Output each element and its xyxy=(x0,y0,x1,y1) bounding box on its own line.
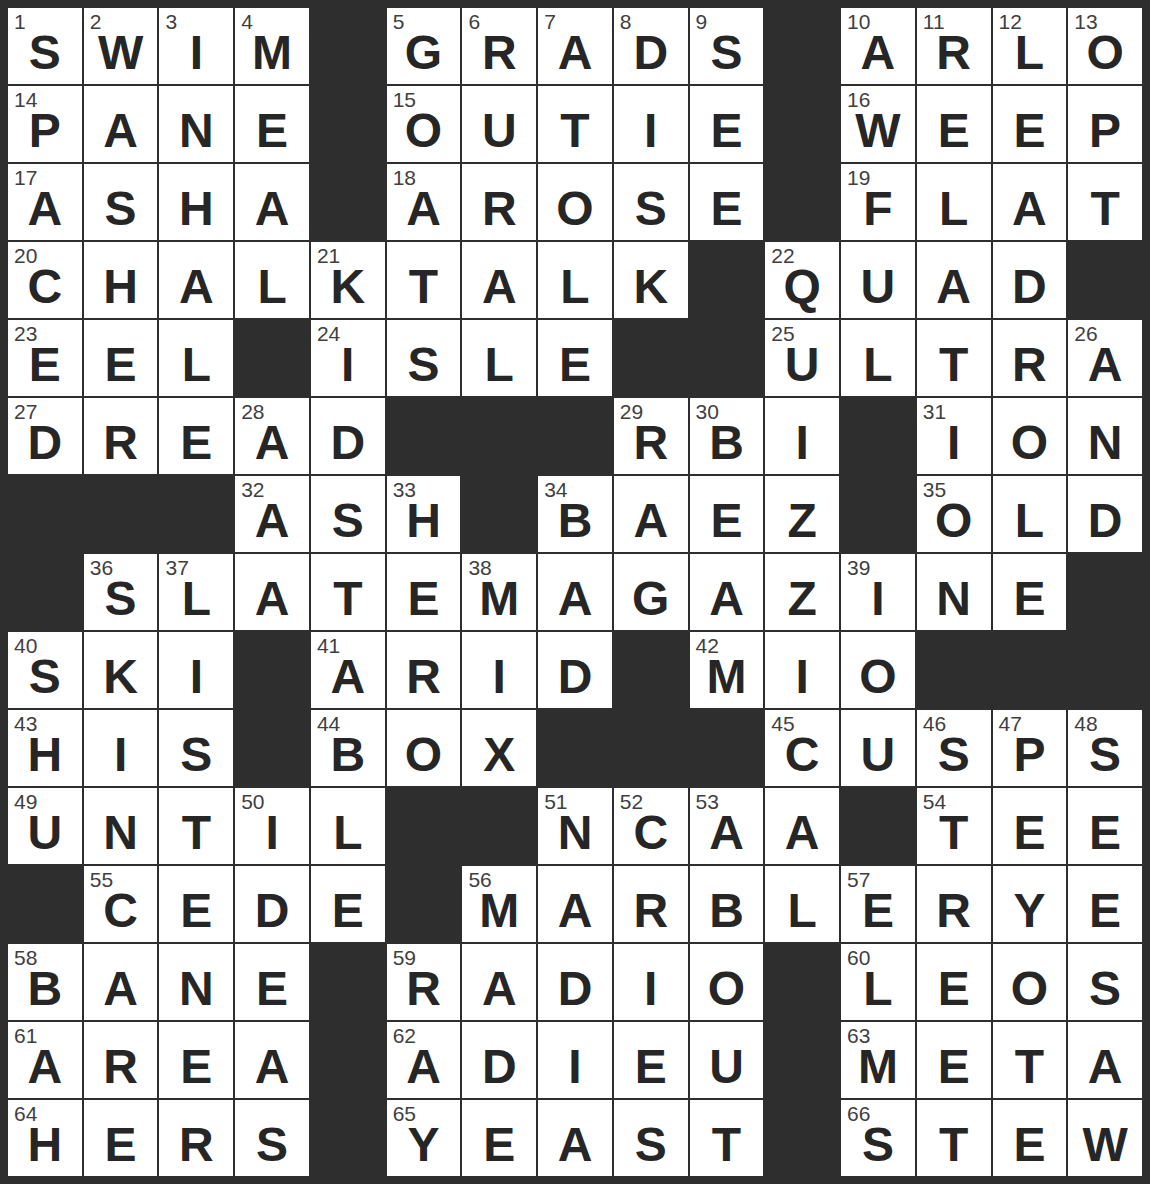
cell-r2c3[interactable]: N xyxy=(159,86,233,162)
cell-r6c2[interactable]: R xyxy=(84,398,158,474)
cell-letter: S xyxy=(1068,965,1142,1013)
cell-letter: I xyxy=(159,29,233,77)
cell-letter: E xyxy=(235,965,309,1013)
cell-letter: G xyxy=(614,575,688,623)
cell-r15c1[interactable]: 64H xyxy=(8,1100,82,1176)
cell-letter: I xyxy=(614,965,688,1013)
black-cell-r13c11 xyxy=(765,944,839,1020)
cell-r15c13[interactable]: T xyxy=(917,1100,991,1176)
cell-letter: A xyxy=(993,185,1067,233)
cell-r14c6[interactable]: 62A xyxy=(387,1022,461,1098)
cell-r7c10[interactable]: E xyxy=(690,476,764,552)
cell-letter: A xyxy=(235,419,309,467)
black-cell-r6c7 xyxy=(462,398,536,474)
cell-letter: Z xyxy=(765,575,839,623)
cell-r4c12[interactable]: U xyxy=(841,242,915,318)
cell-r8c10[interactable]: A xyxy=(690,554,764,630)
cell-letter: T xyxy=(1068,185,1142,233)
cell-r10c6[interactable]: O xyxy=(387,710,461,786)
cell-r13c4[interactable]: E xyxy=(235,944,309,1020)
cell-letter: A xyxy=(84,107,158,155)
cell-letter: R xyxy=(462,29,536,77)
cell-r13c8[interactable]: D xyxy=(538,944,612,1020)
cell-r12c10[interactable]: B xyxy=(690,866,764,942)
cell-r3c8[interactable]: O xyxy=(538,164,612,240)
cell-r10c11[interactable]: 45C xyxy=(765,710,839,786)
cell-r13c10[interactable]: O xyxy=(690,944,764,1020)
cell-r2c6[interactable]: 15O xyxy=(387,86,461,162)
cell-r14c1[interactable]: 61A xyxy=(8,1022,82,1098)
cell-r2c13[interactable]: E xyxy=(917,86,991,162)
cell-r15c6[interactable]: 65Y xyxy=(387,1100,461,1176)
cell-r10c1[interactable]: 43H xyxy=(8,710,82,786)
cell-letter: O xyxy=(387,107,461,155)
black-cell-r9c4 xyxy=(235,632,309,708)
cell-r14c13[interactable]: E xyxy=(917,1022,991,1098)
black-cell-r8c1 xyxy=(8,554,82,630)
black-cell-r9c9 xyxy=(614,632,688,708)
black-cell-r4c10 xyxy=(690,242,764,318)
cell-r2c8[interactable]: T xyxy=(538,86,612,162)
cell-r4c11[interactable]: 22Q xyxy=(765,242,839,318)
cell-letter: H xyxy=(8,731,82,779)
cell-letter: A xyxy=(235,497,309,545)
cell-r12c13[interactable]: R xyxy=(917,866,991,942)
black-cell-r1c11 xyxy=(765,8,839,84)
cell-letter: U xyxy=(8,809,82,857)
cell-letter: E xyxy=(159,887,233,935)
cell-r3c1[interactable]: 17A xyxy=(8,164,82,240)
cell-r3c15[interactable]: T xyxy=(1068,164,1142,240)
cell-r3c10[interactable]: E xyxy=(690,164,764,240)
cell-letter: M xyxy=(462,887,536,935)
cell-letter: I xyxy=(917,419,991,467)
cell-r8c5[interactable]: T xyxy=(311,554,385,630)
cell-letter: O xyxy=(993,419,1067,467)
cell-r15c7[interactable]: E xyxy=(462,1100,536,1176)
black-cell-r15c5 xyxy=(311,1100,385,1176)
black-cell-r15c11 xyxy=(765,1100,839,1176)
cell-r6c14[interactable]: O xyxy=(993,398,1067,474)
cell-letter: E xyxy=(917,107,991,155)
black-cell-r10c8 xyxy=(538,710,612,786)
cell-r2c7[interactable]: U xyxy=(462,86,536,162)
cell-r11c3[interactable]: T xyxy=(159,788,233,864)
cell-r6c11[interactable]: I xyxy=(765,398,839,474)
cell-r14c3[interactable]: E xyxy=(159,1022,233,1098)
cell-r9c10[interactable]: 42M xyxy=(690,632,764,708)
black-cell-r4c15 xyxy=(1068,242,1142,318)
cell-letter: E xyxy=(387,575,461,623)
cell-r3c14[interactable]: A xyxy=(993,164,1067,240)
cell-letter: D xyxy=(8,419,82,467)
cell-letter: W xyxy=(841,107,915,155)
cell-r10c3[interactable]: S xyxy=(159,710,233,786)
cell-r2c10[interactable]: E xyxy=(690,86,764,162)
cell-r9c3[interactable]: I xyxy=(159,632,233,708)
cell-r10c5[interactable]: 44B xyxy=(311,710,385,786)
cell-r13c6[interactable]: 59R xyxy=(387,944,461,1020)
cell-letter: L xyxy=(765,887,839,935)
cell-letter: E xyxy=(462,1121,536,1169)
cell-r5c11[interactable]: 25U xyxy=(765,320,839,396)
cell-r8c7[interactable]: 38M xyxy=(462,554,536,630)
cell-r6c13[interactable]: 31I xyxy=(917,398,991,474)
cell-r13c3[interactable]: N xyxy=(159,944,233,1020)
cell-r11c13[interactable]: 54T xyxy=(917,788,991,864)
cell-r8c6[interactable]: E xyxy=(387,554,461,630)
cell-r15c8[interactable]: A xyxy=(538,1100,612,1176)
cell-r3c4[interactable]: A xyxy=(235,164,309,240)
cell-r7c5[interactable]: S xyxy=(311,476,385,552)
cell-letter: F xyxy=(841,185,915,233)
cell-r14c10[interactable]: U xyxy=(690,1022,764,1098)
cell-r12c2[interactable]: 55C xyxy=(84,866,158,942)
cell-r1c8[interactable]: 7A xyxy=(538,8,612,84)
black-cell-r13c5 xyxy=(311,944,385,1020)
cell-letter: N xyxy=(1068,419,1142,467)
cell-r11c10[interactable]: 53A xyxy=(690,788,764,864)
cell-letter: L xyxy=(993,497,1067,545)
cell-letter: B xyxy=(538,497,612,545)
cell-r2c14[interactable]: E xyxy=(993,86,1067,162)
cell-r13c1[interactable]: 58B xyxy=(8,944,82,1020)
cell-letter: T xyxy=(690,1121,764,1169)
cell-r2c4[interactable]: E xyxy=(235,86,309,162)
cell-r1c13[interactable]: 11R xyxy=(917,8,991,84)
cell-r12c12[interactable]: 57E xyxy=(841,866,915,942)
cell-letter: O xyxy=(690,965,764,1013)
cell-r12c5[interactable]: E xyxy=(311,866,385,942)
cell-letter: H xyxy=(387,497,461,545)
cell-r3c12[interactable]: 19F xyxy=(841,164,915,240)
cell-r7c11[interactable]: Z xyxy=(765,476,839,552)
cell-r9c1[interactable]: 40S xyxy=(8,632,82,708)
cell-letter: P xyxy=(8,107,82,155)
cell-r11c14[interactable]: E xyxy=(993,788,1067,864)
cell-r11c4[interactable]: 50I xyxy=(235,788,309,864)
cell-r11c2[interactable]: N xyxy=(84,788,158,864)
cell-r11c15[interactable]: E xyxy=(1068,788,1142,864)
cell-r5c14[interactable]: R xyxy=(993,320,1067,396)
cell-r10c14[interactable]: 47P xyxy=(993,710,1067,786)
cell-r8c8[interactable]: A xyxy=(538,554,612,630)
cell-r13c12[interactable]: 60L xyxy=(841,944,915,1020)
cell-r2c2[interactable]: A xyxy=(84,86,158,162)
cell-letter: A xyxy=(538,1121,612,1169)
cell-letter: L xyxy=(159,341,233,389)
cell-r11c8[interactable]: 51N xyxy=(538,788,612,864)
cell-letter: A xyxy=(159,263,233,311)
cell-r15c10[interactable]: T xyxy=(690,1100,764,1176)
cell-r8c4[interactable]: A xyxy=(235,554,309,630)
cell-letter: E xyxy=(841,887,915,935)
cell-r14c14[interactable]: T xyxy=(993,1022,1067,1098)
cell-r5c7[interactable]: L xyxy=(462,320,536,396)
black-cell-r11c6 xyxy=(387,788,461,864)
cell-letter: X xyxy=(462,731,536,779)
cell-letter: E xyxy=(993,1121,1067,1169)
black-cell-r7c12 xyxy=(841,476,915,552)
cell-r3c3[interactable]: H xyxy=(159,164,233,240)
black-cell-r5c9 xyxy=(614,320,688,396)
cell-r15c12[interactable]: 66S xyxy=(841,1100,915,1176)
cell-r3c9[interactable]: S xyxy=(614,164,688,240)
cell-r1c2[interactable]: 2W xyxy=(84,8,158,84)
cell-r5c5[interactable]: 24I xyxy=(311,320,385,396)
cell-r1c7[interactable]: 6R xyxy=(462,8,536,84)
cell-r11c1[interactable]: 49U xyxy=(8,788,82,864)
cell-r9c6[interactable]: R xyxy=(387,632,461,708)
cell-letter: C xyxy=(84,887,158,935)
cell-r9c8[interactable]: D xyxy=(538,632,612,708)
cell-letter: K xyxy=(614,263,688,311)
cell-r12c3[interactable]: E xyxy=(159,866,233,942)
cell-letter: E xyxy=(690,185,764,233)
black-cell-r14c11 xyxy=(765,1022,839,1098)
cell-r6c10[interactable]: 30B xyxy=(690,398,764,474)
cell-letter: R xyxy=(387,965,461,1013)
cell-r8c14[interactable]: E xyxy=(993,554,1067,630)
cell-letter: H xyxy=(84,263,158,311)
cell-letter: E xyxy=(84,341,158,389)
cell-r3c7[interactable]: R xyxy=(462,164,536,240)
cell-letter: O xyxy=(917,497,991,545)
cell-r2c1[interactable]: 14P xyxy=(8,86,82,162)
cell-r7c14[interactable]: L xyxy=(993,476,1067,552)
cell-r7c13[interactable]: 35O xyxy=(917,476,991,552)
cell-r4c4[interactable]: L xyxy=(235,242,309,318)
cell-r14c4[interactable]: A xyxy=(235,1022,309,1098)
cell-r4c13[interactable]: A xyxy=(917,242,991,318)
cell-r5c8[interactable]: E xyxy=(538,320,612,396)
cell-r9c12[interactable]: O xyxy=(841,632,915,708)
cell-r4c6[interactable]: T xyxy=(387,242,461,318)
cell-r14c12[interactable]: 63M xyxy=(841,1022,915,1098)
black-cell-r10c9 xyxy=(614,710,688,786)
cell-r12c9[interactable]: R xyxy=(614,866,688,942)
cell-letter: D xyxy=(614,29,688,77)
cell-r15c9[interactable]: S xyxy=(614,1100,688,1176)
cell-letter: R xyxy=(614,419,688,467)
cell-r13c2[interactable]: A xyxy=(84,944,158,1020)
cell-r4c8[interactable]: L xyxy=(538,242,612,318)
cell-letter: L xyxy=(917,185,991,233)
cell-r15c15[interactable]: W xyxy=(1068,1100,1142,1176)
black-cell-r3c5 xyxy=(311,164,385,240)
cell-r5c15[interactable]: 26A xyxy=(1068,320,1142,396)
cell-r6c5[interactable]: D xyxy=(311,398,385,474)
cell-letter: E xyxy=(917,965,991,1013)
cell-r6c15[interactable]: N xyxy=(1068,398,1142,474)
cell-r13c13[interactable]: E xyxy=(917,944,991,1020)
cell-r15c4[interactable]: S xyxy=(235,1100,309,1176)
cell-letter: A xyxy=(765,809,839,857)
cell-r6c1[interactable]: 27D xyxy=(8,398,82,474)
cell-r15c14[interactable]: E xyxy=(993,1100,1067,1176)
cell-r9c7[interactable]: I xyxy=(462,632,536,708)
cell-r13c15[interactable]: S xyxy=(1068,944,1142,1020)
cell-r12c8[interactable]: A xyxy=(538,866,612,942)
cell-r2c9[interactable]: I xyxy=(614,86,688,162)
black-cell-r8c15 xyxy=(1068,554,1142,630)
cell-r14c9[interactable]: E xyxy=(614,1022,688,1098)
cell-r1c14[interactable]: 12L xyxy=(993,8,1067,84)
black-cell-r7c2 xyxy=(84,476,158,552)
cell-letter: E xyxy=(993,575,1067,623)
cell-letter: C xyxy=(8,263,82,311)
cell-r10c2[interactable]: I xyxy=(84,710,158,786)
cell-letter: T xyxy=(993,1043,1067,1091)
cell-r11c9[interactable]: 52C xyxy=(614,788,688,864)
cell-r10c12[interactable]: U xyxy=(841,710,915,786)
cell-r7c8[interactable]: 34B xyxy=(538,476,612,552)
cell-letter: A xyxy=(538,575,612,623)
cell-r5c1[interactable]: 23E xyxy=(8,320,82,396)
cell-r2c15[interactable]: P xyxy=(1068,86,1142,162)
cell-r3c6[interactable]: 18A xyxy=(387,164,461,240)
cell-r13c14[interactable]: O xyxy=(993,944,1067,1020)
cell-r13c7[interactable]: A xyxy=(462,944,536,1020)
cell-r12c4[interactable]: D xyxy=(235,866,309,942)
cell-r8c13[interactable]: N xyxy=(917,554,991,630)
cell-letter: I xyxy=(462,653,536,701)
cell-letter: N xyxy=(538,809,612,857)
cell-r4c7[interactable]: A xyxy=(462,242,536,318)
black-cell-r14c5 xyxy=(311,1022,385,1098)
cell-r5c12[interactable]: L xyxy=(841,320,915,396)
cell-r14c7[interactable]: D xyxy=(462,1022,536,1098)
cell-letter: E xyxy=(538,341,612,389)
cell-r6c3[interactable]: E xyxy=(159,398,233,474)
cell-letter: A xyxy=(387,1043,461,1091)
cell-r5c3[interactable]: L xyxy=(159,320,233,396)
cell-r1c9[interactable]: 8D xyxy=(614,8,688,84)
cell-r10c7[interactable]: X xyxy=(462,710,536,786)
cell-r14c2[interactable]: R xyxy=(84,1022,158,1098)
cell-r12c7[interactable]: 56M xyxy=(462,866,536,942)
cell-letter: T xyxy=(387,263,461,311)
cell-r1c12[interactable]: 10A xyxy=(841,8,915,84)
cell-letter: A xyxy=(1068,1043,1142,1091)
cell-r4c2[interactable]: H xyxy=(84,242,158,318)
black-cell-r12c1 xyxy=(8,866,82,942)
black-cell-r1c5 xyxy=(311,8,385,84)
cell-r4c3[interactable]: A xyxy=(159,242,233,318)
cell-r12c11[interactable]: L xyxy=(765,866,839,942)
cell-letter: S xyxy=(614,1121,688,1169)
black-cell-r11c12 xyxy=(841,788,915,864)
cell-letter: E xyxy=(84,1121,158,1169)
cell-letter: I xyxy=(159,653,233,701)
cell-r5c2[interactable]: E xyxy=(84,320,158,396)
cell-r5c6[interactable]: S xyxy=(387,320,461,396)
cell-r1c6[interactable]: 5G xyxy=(387,8,461,84)
cell-r9c11[interactable]: I xyxy=(765,632,839,708)
cell-letter: L xyxy=(841,965,915,1013)
cell-letter: R xyxy=(387,653,461,701)
cell-letter: S xyxy=(841,1121,915,1169)
cell-letter: K xyxy=(311,263,385,311)
cell-r6c9[interactable]: 29R xyxy=(614,398,688,474)
cell-r8c2[interactable]: 36S xyxy=(84,554,158,630)
cell-r15c3[interactable]: R xyxy=(159,1100,233,1176)
cell-r8c12[interactable]: 39I xyxy=(841,554,915,630)
cell-r1c3[interactable]: 3I xyxy=(159,8,233,84)
cell-letter: Y xyxy=(993,887,1067,935)
black-cell-r12c6 xyxy=(387,866,461,942)
cell-r2c12[interactable]: 16W xyxy=(841,86,915,162)
cell-letter: L xyxy=(235,263,309,311)
cell-r9c2[interactable]: K xyxy=(84,632,158,708)
cell-r4c14[interactable]: D xyxy=(993,242,1067,318)
cell-r8c9[interactable]: G xyxy=(614,554,688,630)
cell-letter: G xyxy=(387,29,461,77)
cell-letter: N xyxy=(917,575,991,623)
cell-letter: S xyxy=(235,1121,309,1169)
cell-letter: M xyxy=(841,1043,915,1091)
cell-r4c1[interactable]: 20C xyxy=(8,242,82,318)
cell-letter: U xyxy=(841,263,915,311)
cell-r12c15[interactable]: E xyxy=(1068,866,1142,942)
cell-letter: A xyxy=(8,1043,82,1091)
cell-letter: S xyxy=(159,731,233,779)
cell-r14c15[interactable]: A xyxy=(1068,1022,1142,1098)
cell-r11c5[interactable]: L xyxy=(311,788,385,864)
cell-r5c13[interactable]: T xyxy=(917,320,991,396)
cell-r1c1[interactable]: 1S xyxy=(8,8,82,84)
cell-letter: L xyxy=(311,809,385,857)
cell-letter: E xyxy=(917,1043,991,1091)
cell-letter: H xyxy=(8,1121,82,1169)
cell-r6c4[interactable]: 28A xyxy=(235,398,309,474)
cell-r14c8[interactable]: I xyxy=(538,1022,612,1098)
cell-r1c10[interactable]: 9S xyxy=(690,8,764,84)
cell-r10c13[interactable]: 46S xyxy=(917,710,991,786)
cell-letter: A xyxy=(8,185,82,233)
black-cell-r9c14 xyxy=(993,632,1067,708)
cell-r10c15[interactable]: 48S xyxy=(1068,710,1142,786)
cell-r12c14[interactable]: Y xyxy=(993,866,1067,942)
cell-r7c15[interactable]: D xyxy=(1068,476,1142,552)
cell-r15c2[interactable]: E xyxy=(84,1100,158,1176)
cell-letter: I xyxy=(311,341,385,389)
cell-letter: E xyxy=(1068,887,1142,935)
cell-r7c6[interactable]: 33H xyxy=(387,476,461,552)
cell-letter: U xyxy=(462,107,536,155)
black-cell-r9c13 xyxy=(917,632,991,708)
cell-r3c13[interactable]: L xyxy=(917,164,991,240)
cell-r1c15[interactable]: 13O xyxy=(1068,8,1142,84)
cell-letter: A xyxy=(462,965,536,1013)
cell-letter: R xyxy=(84,419,158,467)
cell-r7c4[interactable]: 32A xyxy=(235,476,309,552)
cell-r9c5[interactable]: 41A xyxy=(311,632,385,708)
cell-letter: O xyxy=(538,185,612,233)
cell-r13c9[interactable]: I xyxy=(614,944,688,1020)
cell-r4c5[interactable]: 21K xyxy=(311,242,385,318)
cell-letter: D xyxy=(311,419,385,467)
cell-r11c11[interactable]: A xyxy=(765,788,839,864)
cell-r8c11[interactable]: Z xyxy=(765,554,839,630)
cell-letter: A xyxy=(387,185,461,233)
cell-r1c4[interactable]: 4M xyxy=(235,8,309,84)
cell-r3c2[interactable]: S xyxy=(84,164,158,240)
cell-r7c9[interactable]: A xyxy=(614,476,688,552)
cell-r4c9[interactable]: K xyxy=(614,242,688,318)
cell-r8c3[interactable]: 37L xyxy=(159,554,233,630)
cell-letter: M xyxy=(690,653,764,701)
